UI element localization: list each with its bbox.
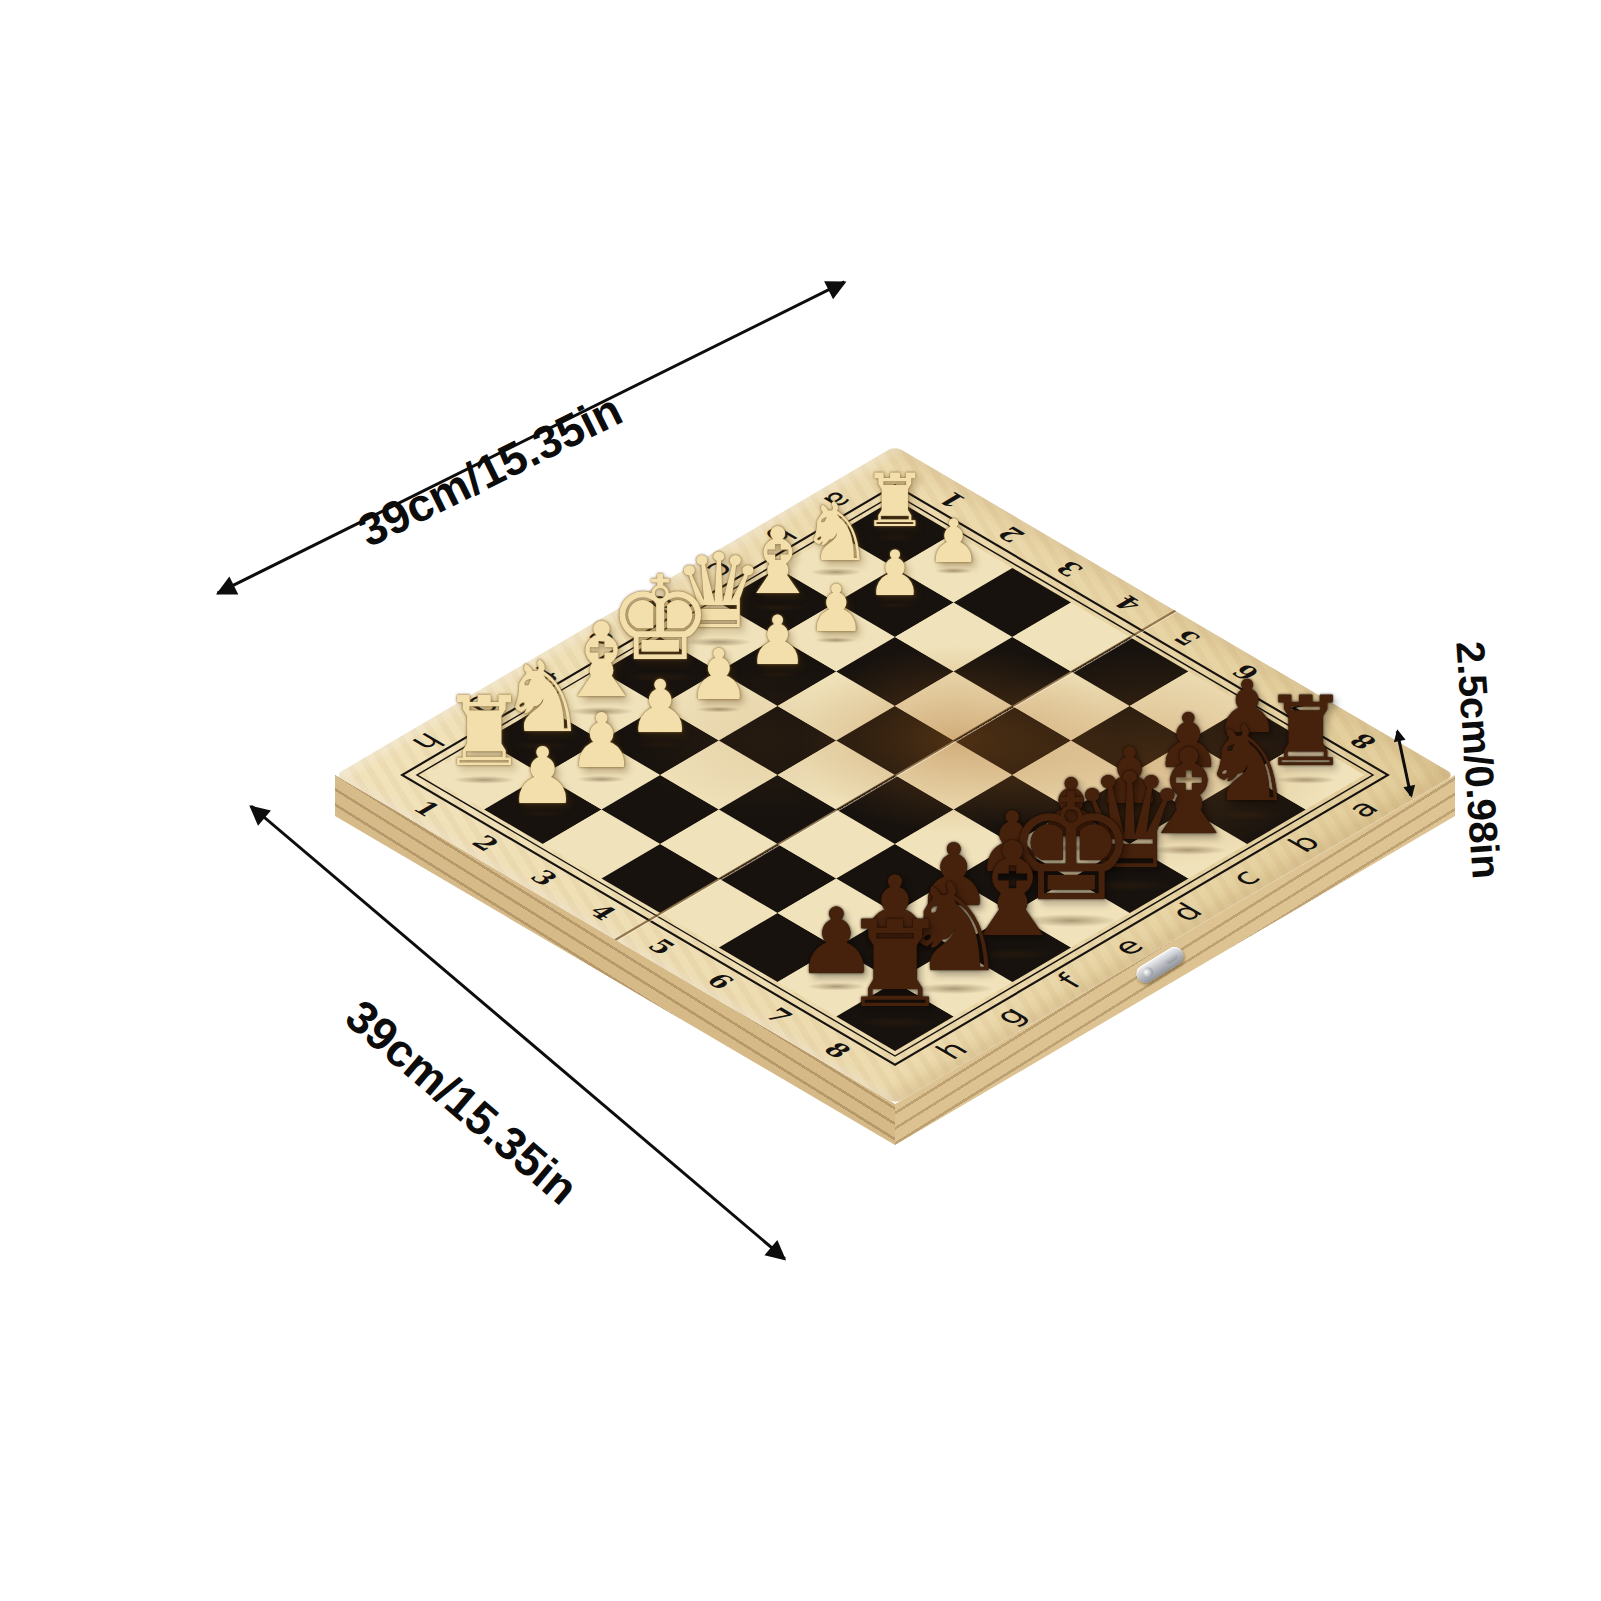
board-grid	[425, 499, 1364, 1051]
dimension-label-thickness: 2.5cm/0.98in	[1447, 640, 1508, 880]
product-photo: hgfedcba hgfedcba 12345678 12345678 ♜♞♝♛…	[0, 0, 1601, 1601]
chess-board: hgfedcba hgfedcba 12345678 12345678	[335, 446, 1455, 1104]
dimension-label-left: 39cm/15.35in	[335, 989, 588, 1215]
dimension-label-top: 39cm/15.35in	[350, 382, 631, 558]
